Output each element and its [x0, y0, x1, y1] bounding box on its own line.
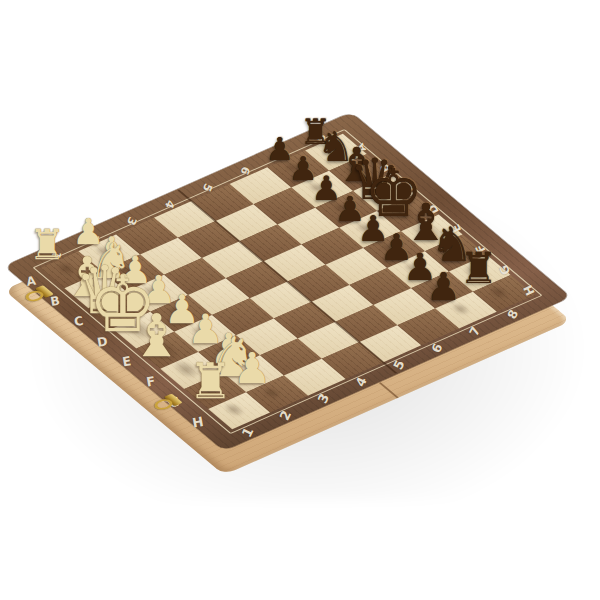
file-label-H-bottom: H — [191, 414, 204, 431]
piece-white-rook-a1[interactable]: ♜ — [29, 224, 66, 266]
piece-white-rook-h1[interactable]: ♜ — [188, 357, 232, 406]
piece-black-pawn-h7[interactable]: ♟ — [426, 268, 461, 307]
piece-white-pawn-h2[interactable]: ♟ — [233, 347, 271, 390]
product-photo-scene: AA11BB22CC33DD44EE55FF66GG77HH88 ♜♞♝♛♚♝♞… — [0, 0, 600, 600]
piece-black-rook-h8[interactable]: ♜ — [460, 247, 498, 290]
piece-white-bishop-f1[interactable]: ♝ — [130, 306, 183, 365]
